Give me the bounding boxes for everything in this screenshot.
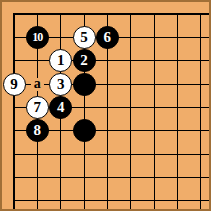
grid-line-vertical-6 [130,13,131,209]
stone-white-7: 7 [26,96,49,119]
stone-white-9: 9 [3,73,26,96]
move-number: 3 [57,77,65,92]
move-number: 1 [57,53,65,68]
move-number: 5 [80,30,88,45]
move-number: 9 [10,77,18,92]
move-number: 6 [104,30,112,45]
stone-black-10: 10 [26,26,49,49]
grid-line-vertical-8 [177,13,178,209]
stone-black-8: 8 [26,119,49,142]
grid-line-horizontal-7 [13,154,209,155]
grid-line-horizontal-1 [13,13,209,15]
stone-black-6: 6 [96,26,119,49]
grid-line-horizontal-8 [13,177,209,178]
move-number: 2 [80,53,88,68]
grid-line-horizontal-9 [13,200,209,201]
grid-line-horizontal-3 [13,60,209,61]
stone-white-1: 1 [49,49,72,72]
move-number: 4 [57,100,65,115]
stone-black-2: 2 [73,49,96,72]
stone-black [73,119,96,142]
stone-white-3: 3 [49,73,72,96]
go-board: a 10561293748 [0,0,211,211]
grid-line-vertical-9 [200,13,201,209]
move-number: 8 [34,123,42,138]
stone-black [73,73,96,96]
stone-white-5: 5 [73,26,96,49]
move-number: 7 [34,100,42,115]
stone-black-4: 4 [49,96,72,119]
move-number: 10 [32,31,42,43]
grid-line-vertical-7 [154,13,155,209]
point-label-a: a [31,78,44,91]
grid-line-vertical-1 [13,13,15,209]
